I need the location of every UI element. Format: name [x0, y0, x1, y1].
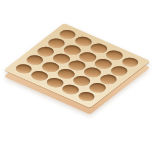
- board-wrapper: [0, 0, 160, 160]
- product-photo: [0, 0, 160, 160]
- game-board: [4, 23, 150, 108]
- hole-grid: [11, 27, 144, 104]
